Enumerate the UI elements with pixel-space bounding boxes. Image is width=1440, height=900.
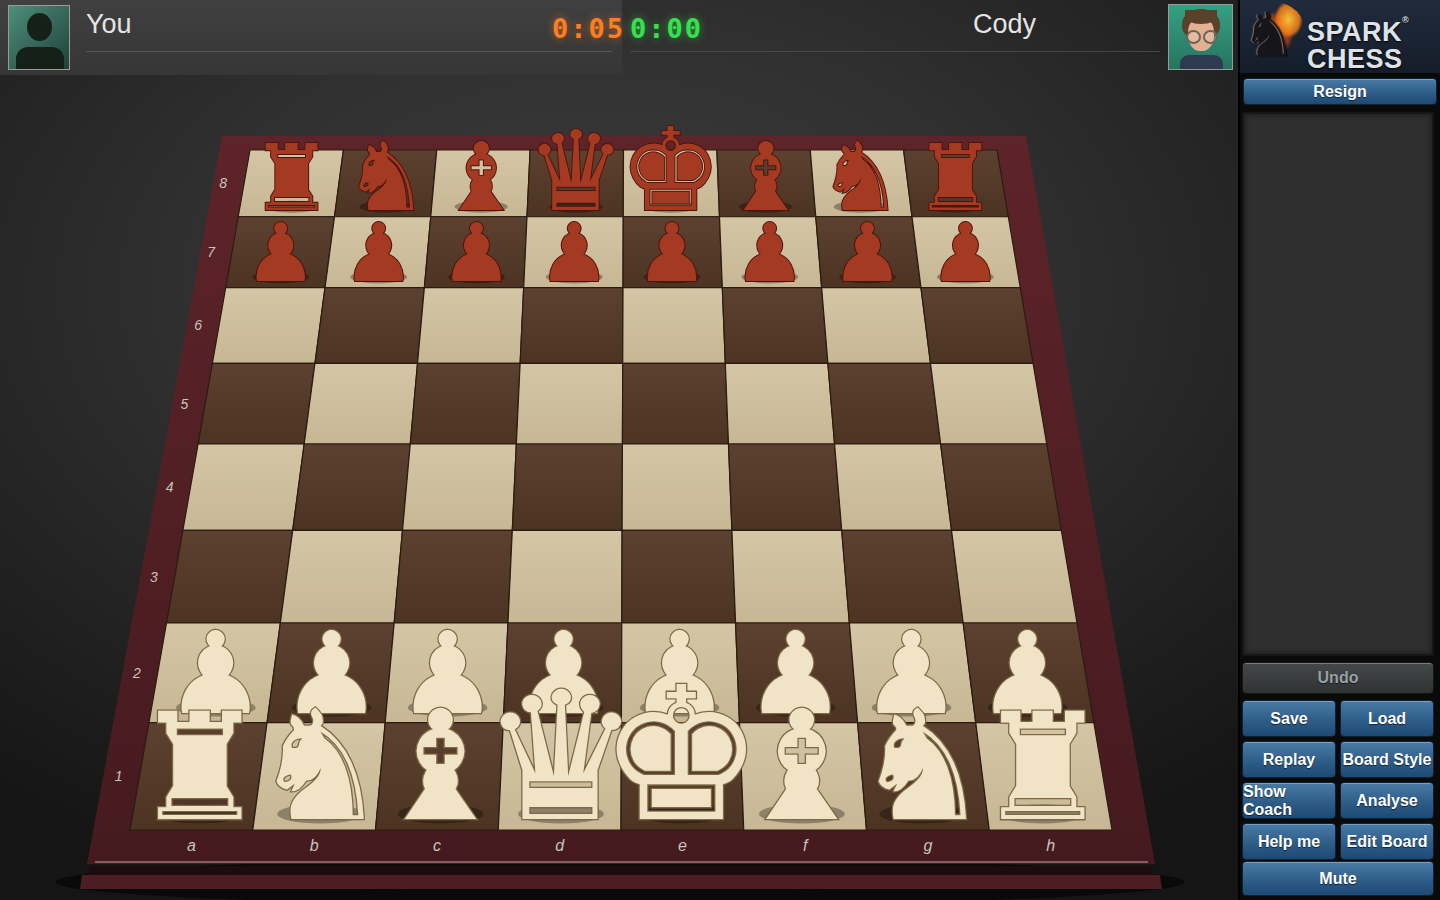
save-button[interactable]: Save <box>1242 700 1336 737</box>
move-list-panel <box>1242 112 1434 656</box>
brand-text: SPARK® CHESS <box>1307 7 1409 73</box>
piece-red-pawn-c7[interactable]: ♟ <box>440 206 513 300</box>
load-button[interactable]: Load <box>1340 700 1434 737</box>
square-c5[interactable] <box>410 363 520 444</box>
square-a5[interactable] <box>198 363 315 444</box>
square-a4[interactable] <box>183 444 304 530</box>
white-player-clock: 0:05 <box>552 13 625 44</box>
frame-lip <box>80 875 1162 889</box>
rank-label: 1 <box>115 768 123 784</box>
white-player-name: You <box>86 9 132 40</box>
rank-label: 2 <box>132 665 141 681</box>
square-d5[interactable] <box>516 363 622 444</box>
square-e4[interactable] <box>622 444 732 530</box>
brand-line1: SPARK <box>1307 17 1402 47</box>
piece-red-pawn-g7[interactable]: ♟ <box>831 206 904 300</box>
mute-button[interactable]: Mute <box>1242 861 1434 896</box>
brand-line2: CHESS <box>1307 44 1403 74</box>
black-player-name: Cody <box>973 9 1036 40</box>
piece-white-knight-g1[interactable]: ♞ <box>854 677 991 855</box>
piece-white-rook-a1[interactable]: ♜ <box>133 681 266 854</box>
square-d4[interactable] <box>512 444 622 530</box>
avatar-black-player <box>1168 4 1233 70</box>
sidebar-button-grid: SaveLoadReplayBoard StyleShow CoachAnaly… <box>1242 700 1434 860</box>
square-h5[interactable] <box>930 363 1046 444</box>
glasses-icon <box>1203 30 1218 44</box>
resign-button[interactable]: Resign <box>1243 78 1437 105</box>
show-coach-button[interactable]: Show Coach <box>1242 782 1336 819</box>
silhouette-shoulders <box>16 47 64 70</box>
rank-label: 8 <box>219 175 227 191</box>
glasses-icon <box>1186 30 1201 44</box>
square-e5[interactable] <box>622 363 728 444</box>
divider-line <box>630 51 1160 52</box>
edit-board-button[interactable]: Edit Board <box>1340 823 1434 860</box>
square-c4[interactable] <box>402 444 516 530</box>
rank-label: 7 <box>207 244 216 260</box>
piece-red-pawn-h7[interactable]: ♟ <box>929 206 1002 300</box>
sparkchess-logo: ♞ SPARK® CHESS <box>1240 0 1440 73</box>
silhouette-head <box>27 13 52 41</box>
rank-label: 4 <box>166 479 174 495</box>
piece-red-pawn-e7[interactable]: ♟ <box>636 206 709 300</box>
piece-red-pawn-b7[interactable]: ♟ <box>342 206 415 300</box>
square-b5[interactable] <box>304 363 417 444</box>
piece-white-bishop-f1[interactable]: ♝ <box>733 677 870 855</box>
piece-red-pawn-a7[interactable]: ♟ <box>245 206 318 300</box>
divider-line <box>86 51 612 52</box>
frame-groove <box>88 866 1154 875</box>
square-f4[interactable] <box>728 444 841 530</box>
sidebar: ♞ SPARK® CHESS Resign Undo SaveLoadRepla… <box>1240 0 1440 900</box>
game-area: 87654321abcdefgh♜♞♝♛♚♝♞♜♟♟♟♟♟♟♟♟♟♟♟♟♟♟♟♟… <box>0 0 1240 900</box>
rank-label: 5 <box>180 396 188 412</box>
avatar-white-player <box>8 5 70 70</box>
player-panel-white: You 0:05 <box>0 0 622 75</box>
piece-red-pawn-f7[interactable]: ♟ <box>734 206 807 300</box>
square-g5[interactable] <box>828 363 941 444</box>
knight-logo-icon: ♞ <box>1242 2 1296 66</box>
board-style-button[interactable]: Board Style <box>1340 741 1434 778</box>
square-g4[interactable] <box>835 444 952 530</box>
analyse-button[interactable]: Analyse <box>1340 782 1434 819</box>
avatar-shirt <box>1180 55 1223 70</box>
chess-board[interactable]: 87654321abcdefgh♜♞♝♛♚♝♞♜♟♟♟♟♟♟♟♟♟♟♟♟♟♟♟♟… <box>0 0 1238 900</box>
piece-white-rook-h1[interactable]: ♜ <box>976 681 1109 854</box>
help-me-button[interactable]: Help me <box>1242 823 1336 860</box>
piece-white-knight-b1[interactable]: ♞ <box>252 677 389 855</box>
black-player-clock: 0:00 <box>630 13 703 44</box>
square-f5[interactable] <box>725 363 834 444</box>
square-h4[interactable] <box>941 444 1062 530</box>
piece-red-pawn-d7[interactable]: ♟ <box>538 206 611 300</box>
sparkchess-app: 87654321abcdefgh♜♞♝♛♚♝♞♜♟♟♟♟♟♟♟♟♟♟♟♟♟♟♟♟… <box>0 0 1440 900</box>
rank-label: 6 <box>194 317 202 333</box>
square-b4[interactable] <box>293 444 411 530</box>
rank-label: 3 <box>150 569 158 585</box>
replay-button[interactable]: Replay <box>1242 741 1336 778</box>
registered-mark: ® <box>1402 15 1409 25</box>
avatar-fringe <box>1185 10 1217 24</box>
undo-button[interactable]: Undo <box>1242 662 1434 694</box>
